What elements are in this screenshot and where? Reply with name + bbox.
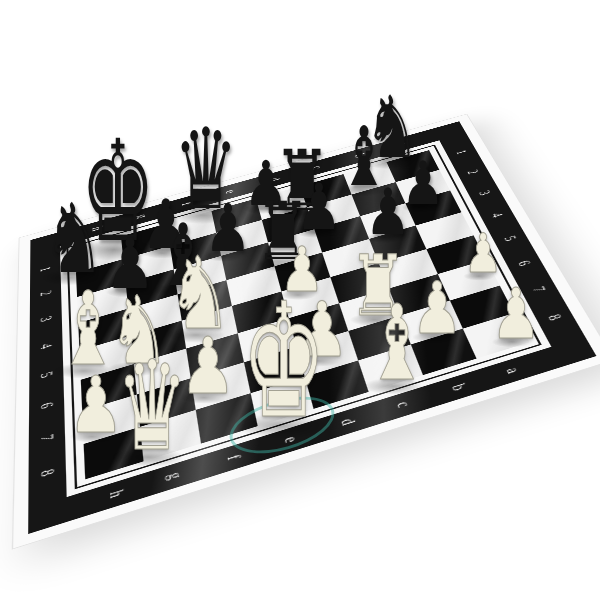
chess-set-photo: 11hh22gg33ff44ee55dd66cc77bb88aa ♞♝♟♟♛♜♟… [0, 0, 600, 600]
chess-mat: 11hh22gg33ff44ee55dd66cc77bb88aa [12, 114, 600, 550]
